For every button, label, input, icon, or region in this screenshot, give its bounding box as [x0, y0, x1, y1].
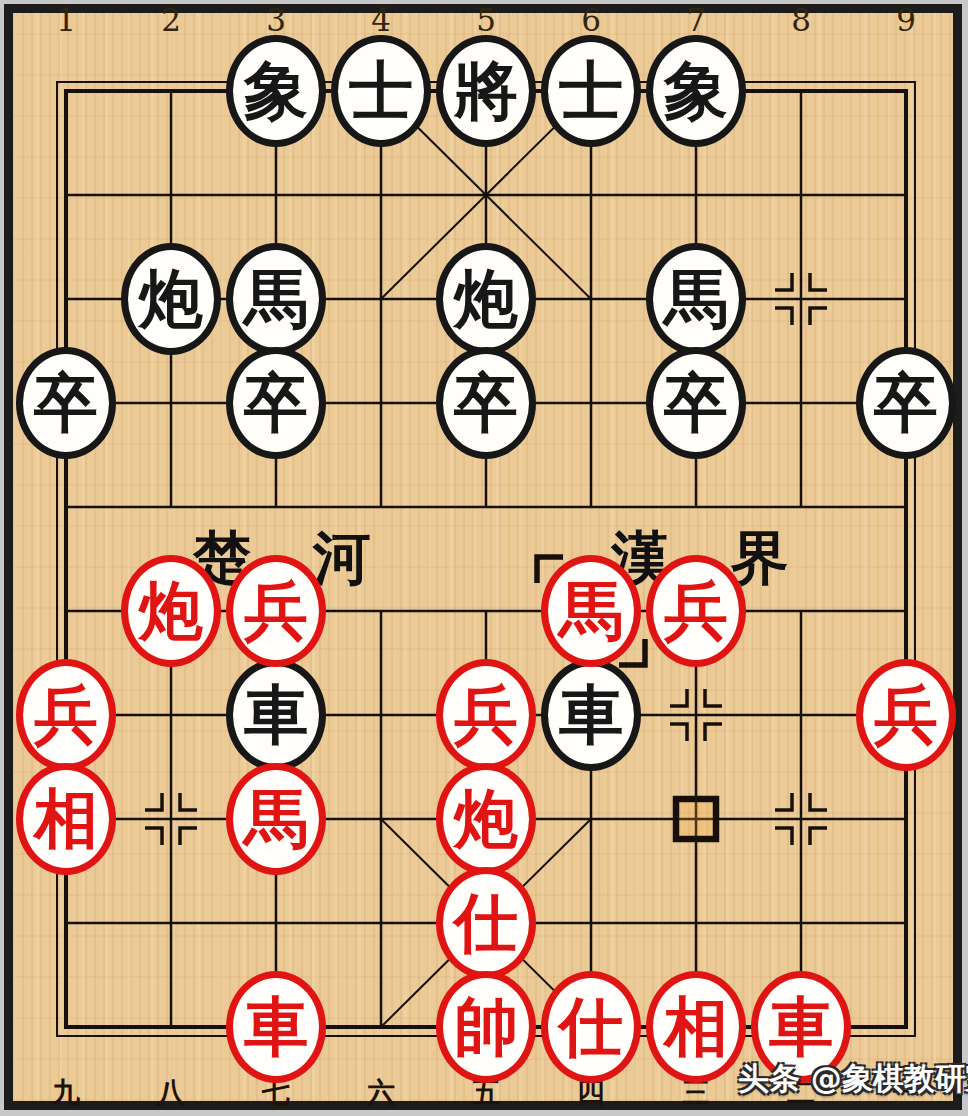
piece-red-elephant[interactable]: 相	[646, 971, 746, 1083]
piece-red-advisor[interactable]: 仕	[541, 971, 641, 1083]
piece-black-advisor[interactable]: 士	[541, 35, 641, 147]
piece-red-general[interactable]: 帥	[436, 971, 536, 1083]
piece-black-soldier[interactable]: 卒	[226, 347, 326, 459]
top-file-label-5: 5	[464, 2, 508, 38]
top-file-label-8: 8	[779, 2, 823, 38]
top-file-label-1: 1	[44, 2, 88, 38]
piece-black-chariot[interactable]: 車	[226, 659, 326, 771]
piece-red-cannon[interactable]: 炮	[436, 763, 536, 875]
top-file-label-3: 3	[254, 2, 298, 38]
piece-black-advisor[interactable]: 士	[331, 35, 431, 147]
top-file-label-6: 6	[569, 2, 613, 38]
piece-black-chariot[interactable]: 車	[541, 659, 641, 771]
piece-black-soldier[interactable]: 卒	[646, 347, 746, 459]
piece-black-cannon[interactable]: 炮	[436, 243, 536, 355]
bottom-file-label-4: 六	[359, 1074, 403, 1112]
piece-red-soldier[interactable]: 兵	[16, 659, 116, 771]
top-file-label-2: 2	[149, 2, 193, 38]
piece-red-soldier[interactable]: 兵	[436, 659, 536, 771]
piece-red-soldier[interactable]: 兵	[226, 555, 326, 667]
watermark: 头条 @象棋教研室	[738, 1058, 964, 1100]
piece-black-general[interactable]: 將	[436, 35, 536, 147]
piece-black-soldier[interactable]: 卒	[436, 347, 536, 459]
top-file-label-9: 9	[884, 2, 928, 38]
piece-red-soldier[interactable]: 兵	[856, 659, 956, 771]
piece-black-elephant[interactable]: 象	[646, 35, 746, 147]
piece-black-horse[interactable]: 馬	[226, 243, 326, 355]
piece-red-chariot[interactable]: 車	[226, 971, 326, 1083]
piece-red-soldier[interactable]: 兵	[646, 555, 746, 667]
piece-red-advisor[interactable]: 仕	[436, 867, 536, 979]
piece-red-elephant[interactable]: 相	[16, 763, 116, 875]
piece-black-elephant[interactable]: 象	[226, 35, 326, 147]
piece-black-soldier[interactable]: 卒	[856, 347, 956, 459]
piece-black-cannon[interactable]: 炮	[121, 243, 221, 355]
piece-black-soldier[interactable]: 卒	[16, 347, 116, 459]
bottom-file-label-1: 九	[44, 1074, 88, 1112]
piece-red-horse[interactable]: 馬	[541, 555, 641, 667]
top-file-label-7: 7	[674, 2, 718, 38]
bottom-file-label-2: 八	[149, 1074, 193, 1112]
piece-red-cannon[interactable]: 炮	[121, 555, 221, 667]
piece-black-horse[interactable]: 馬	[646, 243, 746, 355]
top-file-label-4: 4	[359, 2, 403, 38]
piece-red-horse[interactable]: 馬	[226, 763, 326, 875]
